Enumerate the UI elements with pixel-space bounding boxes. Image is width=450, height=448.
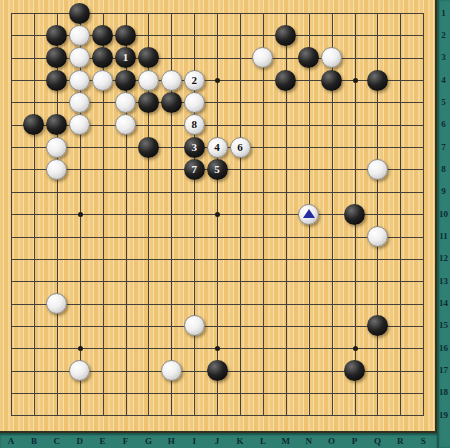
- row-label-10: 10: [437, 209, 450, 220]
- stone-black-C3: [46, 47, 67, 68]
- stone-white-D17: [69, 360, 90, 381]
- row-label-19: 19: [437, 410, 450, 421]
- move-number-label: 5: [214, 164, 220, 175]
- move-number-label: 7: [191, 164, 197, 175]
- stone-white-Q8: [367, 159, 388, 180]
- stone-white-J7: 4: [207, 137, 228, 158]
- stone-black-Q4: [367, 70, 388, 91]
- stone-white-G4: [138, 70, 159, 91]
- col-label-D: D: [73, 436, 87, 447]
- stone-black-E2: [92, 25, 113, 46]
- grid-line-horizontal: [11, 393, 424, 394]
- star-point: [78, 212, 83, 217]
- move-number-label: 2: [191, 75, 197, 86]
- stone-black-P10: [344, 204, 365, 225]
- col-label-H: H: [164, 436, 178, 447]
- col-label-M: M: [279, 436, 293, 447]
- move-number-label: 1: [123, 52, 129, 63]
- col-label-S: S: [416, 436, 430, 447]
- stone-white-I15: [184, 315, 205, 336]
- grid-line-horizontal: [11, 259, 424, 260]
- stone-white-D4: [69, 70, 90, 91]
- stone-white-C14: [46, 293, 67, 314]
- grid-line-horizontal: [11, 237, 424, 238]
- move-number-label: 4: [214, 142, 220, 153]
- col-label-K: K: [233, 436, 247, 447]
- row-label-17: 17: [437, 365, 450, 376]
- stone-black-G7: [138, 137, 159, 158]
- stone-black-C2: [46, 25, 67, 46]
- stone-black-D1: [69, 3, 90, 24]
- col-label-B: B: [27, 436, 41, 447]
- col-label-F: F: [119, 436, 133, 447]
- col-label-I: I: [187, 436, 201, 447]
- row-label-3: 3: [437, 52, 450, 63]
- stone-white-F5: [115, 92, 136, 113]
- star-point: [215, 212, 220, 217]
- grid-line-horizontal: [11, 415, 424, 416]
- stone-white-I6: 8: [184, 114, 205, 135]
- grid-line-vertical: [400, 13, 401, 416]
- stone-white-C7: [46, 137, 67, 158]
- stone-white-D6: [69, 114, 90, 135]
- stone-white-D3: [69, 47, 90, 68]
- col-label-A: A: [4, 436, 18, 447]
- row-label-15: 15: [437, 320, 450, 331]
- row-label-18: 18: [437, 387, 450, 398]
- grid-line-vertical: [423, 13, 424, 416]
- move-number-label: 8: [191, 119, 197, 130]
- stone-black-O4: [321, 70, 342, 91]
- col-label-E: E: [96, 436, 110, 447]
- stone-black-J8: 5: [207, 159, 228, 180]
- row-label-14: 14: [437, 298, 450, 309]
- stone-white-F6: [115, 114, 136, 135]
- stone-black-M4: [275, 70, 296, 91]
- row-label-4: 4: [437, 75, 450, 86]
- stone-white-O3: [321, 47, 342, 68]
- grid-line-horizontal: [11, 304, 424, 305]
- coordinate-band-bottom: ABCDEFGHIJKLMNOPQRS: [0, 433, 437, 448]
- row-label-12: 12: [437, 253, 450, 264]
- star-point: [353, 78, 358, 83]
- coordinate-band-right: 12345678910111213141516171819: [437, 0, 450, 448]
- move-number-label: 3: [191, 142, 197, 153]
- stone-black-H5: [161, 92, 182, 113]
- stone-white-C8: [46, 159, 67, 180]
- stone-white-L3: [252, 47, 273, 68]
- stone-white-N10: [298, 204, 319, 225]
- triangle-marker-icon: [303, 209, 315, 218]
- stone-black-F3: 1: [115, 47, 136, 68]
- col-label-J: J: [210, 436, 224, 447]
- row-label-13: 13: [437, 276, 450, 287]
- row-label-9: 9: [437, 186, 450, 197]
- grid-line-vertical: [263, 13, 264, 416]
- col-label-G: G: [141, 436, 155, 447]
- stone-black-P17: [344, 360, 365, 381]
- stone-black-C4: [46, 70, 67, 91]
- col-label-O: O: [325, 436, 339, 447]
- row-label-8: 8: [437, 164, 450, 175]
- stone-black-G5: [138, 92, 159, 113]
- stone-white-H17: [161, 360, 182, 381]
- stone-white-E4: [92, 70, 113, 91]
- stone-black-G3: [138, 47, 159, 68]
- stone-black-M2: [275, 25, 296, 46]
- star-point: [353, 346, 358, 351]
- stone-black-F4: [115, 70, 136, 91]
- go-diagram-screenshot: { "game": "go", "board": { "size": 19, "…: [0, 0, 450, 448]
- stone-black-I8: 7: [184, 159, 205, 180]
- row-label-2: 2: [437, 30, 450, 41]
- stone-white-K7: 6: [230, 137, 251, 158]
- go-board[interactable]: 12834675: [0, 0, 437, 433]
- col-label-N: N: [302, 436, 316, 447]
- stone-black-Q15: [367, 315, 388, 336]
- grid-line-horizontal: [11, 326, 424, 327]
- stone-black-N3: [298, 47, 319, 68]
- grid-line-horizontal: [11, 281, 424, 282]
- stone-black-J17: [207, 360, 228, 381]
- row-label-6: 6: [437, 119, 450, 130]
- row-label-11: 11: [437, 231, 450, 242]
- stone-white-D5: [69, 92, 90, 113]
- stone-white-I5: [184, 92, 205, 113]
- row-label-5: 5: [437, 97, 450, 108]
- stone-black-E3: [92, 47, 113, 68]
- star-point: [78, 346, 83, 351]
- stone-white-I4: 2: [184, 70, 205, 91]
- row-label-1: 1: [437, 8, 450, 19]
- row-label-16: 16: [437, 343, 450, 354]
- stone-black-F2: [115, 25, 136, 46]
- col-label-R: R: [393, 436, 407, 447]
- stone-black-C6: [46, 114, 67, 135]
- star-point: [215, 346, 220, 351]
- col-label-P: P: [348, 436, 362, 447]
- move-number-label: 6: [237, 142, 243, 153]
- stone-white-H4: [161, 70, 182, 91]
- col-label-L: L: [256, 436, 270, 447]
- stone-white-Q11: [367, 226, 388, 247]
- col-label-C: C: [50, 436, 64, 447]
- stone-black-B6: [23, 114, 44, 135]
- star-point: [215, 78, 220, 83]
- col-label-Q: Q: [370, 436, 384, 447]
- grid-line-vertical: [240, 13, 241, 416]
- stone-white-D2: [69, 25, 90, 46]
- stone-black-I7: 3: [184, 137, 205, 158]
- row-label-7: 7: [437, 142, 450, 153]
